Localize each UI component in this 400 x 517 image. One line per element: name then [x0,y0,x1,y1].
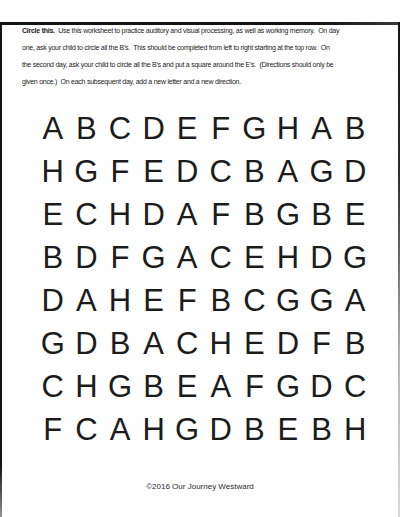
grid-cell-r8c4[interactable]: H [137,408,171,451]
grid-cell-r1c9[interactable]: A [305,107,339,150]
grid-cell-r4c8[interactable]: H [271,236,305,279]
instructions-line-4: given once.) On each subsequent day, add… [22,73,382,90]
grid-cell-r7c1[interactable]: C [36,365,70,408]
instructions-line-1-text: Use this worksheet to practice auditory … [55,27,339,34]
grid-cell-r4c7[interactable]: E [238,236,272,279]
copyright-text: ©2016 Our Journey Westward [0,481,400,493]
grid-cell-r3c2[interactable]: C [70,193,104,236]
page-border-left [0,22,2,517]
grid-cell-r5c9[interactable]: G [305,279,339,322]
grid-cell-r3c3[interactable]: H [103,193,137,236]
grid-cell-r3c8[interactable]: G [271,193,305,236]
instructions-paragraph: Circle this. Use this worksheet to pract… [22,22,382,90]
grid-cell-r5c2[interactable]: A [70,279,104,322]
grid-cell-r4c5[interactable]: A [170,236,204,279]
grid-cell-r1c6[interactable]: F [204,107,238,150]
grid-cell-r6c7[interactable]: E [238,322,272,365]
grid-cell-r6c9[interactable]: F [305,322,339,365]
grid-cell-r5c10[interactable]: A [338,279,372,322]
grid-cell-r1c3[interactable]: C [103,107,137,150]
grid-cell-r4c3[interactable]: F [103,236,137,279]
grid-cell-r7c6[interactable]: A [204,365,238,408]
grid-cell-r6c10[interactable]: B [338,322,372,365]
grid-cell-r7c3[interactable]: G [103,365,137,408]
grid-cell-r6c1[interactable]: G [36,322,70,365]
grid-cell-r8c5[interactable]: G [170,408,204,451]
grid-cell-r8c3[interactable]: A [103,408,137,451]
page-border-top [0,22,400,25]
grid-cell-r1c4[interactable]: D [137,107,171,150]
grid-cell-r5c6[interactable]: B [204,279,238,322]
grid-cell-r2c10[interactable]: D [338,150,372,193]
grid-cell-r2c5[interactable]: D [170,150,204,193]
grid-cell-r4c9[interactable]: D [305,236,339,279]
grid-cell-r2c9[interactable]: G [305,150,339,193]
grid-cell-r3c4[interactable]: D [137,193,171,236]
grid-cell-r7c8[interactable]: G [271,365,305,408]
grid-cell-r4c4[interactable]: G [137,236,171,279]
grid-cell-r4c10[interactable]: G [338,236,372,279]
grid-cell-r1c1[interactable]: A [36,107,70,150]
grid-cell-r2c1[interactable]: H [36,150,70,193]
grid-cell-r8c8[interactable]: E [271,408,305,451]
grid-cell-r7c2[interactable]: H [70,365,104,408]
grid-cell-r5c3[interactable]: H [103,279,137,322]
grid-cell-r8c2[interactable]: C [70,408,104,451]
grid-cell-r5c8[interactable]: G [271,279,305,322]
grid-cell-r3c9[interactable]: B [305,193,339,236]
worksheet-page: Circle this. Use this worksheet to pract… [0,22,400,517]
grid-cell-r1c10[interactable]: B [338,107,372,150]
grid-cell-r3c7[interactable]: B [238,193,272,236]
grid-cell-r4c6[interactable]: C [204,236,238,279]
grid-cell-r4c2[interactable]: D [70,236,104,279]
grid-cell-r5c1[interactable]: D [36,279,70,322]
grid-cell-r6c4[interactable]: A [137,322,171,365]
grid-cell-r2c4[interactable]: E [137,150,171,193]
grid-cell-r2c2[interactable]: G [70,150,104,193]
grid-cell-r5c4[interactable]: E [137,279,171,322]
grid-cell-r6c2[interactable]: D [70,322,104,365]
instructions-line-2: one, ask your child to circle all the B’… [22,39,382,56]
grid-cell-r6c5[interactable]: C [170,322,204,365]
grid-cell-r3c6[interactable]: F [204,193,238,236]
grid-cell-r1c5[interactable]: E [170,107,204,150]
grid-cell-r8c9[interactable]: B [305,408,339,451]
instructions-line-3: the second day, ask your child to circle… [22,56,382,73]
grid-cell-r5c7[interactable]: C [238,279,272,322]
grid-cell-r8c7[interactable]: B [238,408,272,451]
grid-cell-r3c5[interactable]: A [170,193,204,236]
instructions-lead: Circle this. [22,27,55,34]
grid-cell-r7c9[interactable]: D [305,365,339,408]
grid-cell-r8c6[interactable]: D [204,408,238,451]
grid-cell-r4c1[interactable]: B [36,236,70,279]
letter-grid: ABCDEFGHABHGFEDCBAGDECHDAFBGBEBDFGACEHDG… [36,107,400,451]
grid-cell-r1c8[interactable]: H [271,107,305,150]
grid-cell-r7c10[interactable]: C [338,365,372,408]
grid-cell-r2c6[interactable]: C [204,150,238,193]
grid-cell-r6c8[interactable]: D [271,322,305,365]
grid-cell-r6c6[interactable]: H [204,322,238,365]
grid-cell-r2c7[interactable]: B [238,150,272,193]
grid-cell-r7c4[interactable]: B [137,365,171,408]
grid-cell-r3c10[interactable]: E [338,193,372,236]
grid-cell-r2c3[interactable]: F [103,150,137,193]
grid-cell-r2c8[interactable]: A [271,150,305,193]
grid-cell-r7c5[interactable]: E [170,365,204,408]
grid-cell-r6c3[interactable]: B [103,322,137,365]
grid-cell-r3c1[interactable]: E [36,193,70,236]
grid-cell-r8c1[interactable]: F [36,408,70,451]
grid-cell-r1c2[interactable]: B [70,107,104,150]
grid-cell-r7c7[interactable]: F [238,365,272,408]
grid-cell-r5c5[interactable]: F [170,279,204,322]
grid-cell-r8c10[interactable]: H [338,408,372,451]
grid-cell-r1c7[interactable]: G [238,107,272,150]
